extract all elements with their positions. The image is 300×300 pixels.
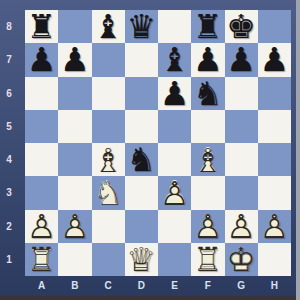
black-pawn[interactable]: ♟ <box>225 43 258 76</box>
black-knight[interactable]: ♞ <box>191 77 224 110</box>
rank-label-5: 5 <box>0 110 25 143</box>
file-label-b: B <box>58 276 91 296</box>
square-b3[interactable] <box>58 176 91 209</box>
piece-outline-glyph: ♙ <box>260 210 290 243</box>
square-c7[interactable] <box>92 43 125 76</box>
square-e7[interactable]: ♝ <box>158 43 191 76</box>
file-label-f: F <box>191 276 224 296</box>
piece-outline-glyph: ♙ <box>193 210 223 243</box>
square-c1[interactable] <box>92 243 125 276</box>
square-h8[interactable] <box>258 10 291 43</box>
black-pawn[interactable]: ♟ <box>258 43 291 76</box>
square-b2[interactable]: ♟♙ <box>58 210 91 243</box>
white-knight[interactable]: ♞♘ <box>92 176 125 209</box>
square-a3[interactable] <box>25 176 58 209</box>
black-pawn[interactable]: ♟ <box>158 77 191 110</box>
square-b1[interactable] <box>58 243 91 276</box>
square-c5[interactable] <box>92 110 125 143</box>
square-b4[interactable] <box>58 143 91 176</box>
square-a8[interactable]: ♜ <box>25 10 58 43</box>
white-bishop[interactable]: ♝♗ <box>191 143 224 176</box>
black-rook[interactable]: ♜ <box>191 10 224 43</box>
square-b6[interactable] <box>58 77 91 110</box>
square-a1[interactable]: ♜♖ <box>25 243 58 276</box>
white-pawn[interactable]: ♟♙ <box>258 210 291 243</box>
chess-board: ♜♝♛♜♚♟♟♝♟♟♟♟♞♝♗♞♝♗♞♘♟♙♟♙♟♙♟♙♟♙♟♙♜♖♛♕♜♖♚♔ <box>25 10 291 276</box>
square-c8[interactable]: ♝ <box>92 10 125 43</box>
piece-outline-glyph: ♔ <box>226 243 256 276</box>
square-g7[interactable]: ♟ <box>225 43 258 76</box>
rank-label-4: 4 <box>0 143 25 176</box>
piece-outline-glyph: ♘ <box>93 176 123 209</box>
square-g6[interactable] <box>225 77 258 110</box>
square-f6[interactable]: ♞ <box>191 77 224 110</box>
rank-label-3: 3 <box>0 176 25 209</box>
piece-glyph: ♞ <box>127 143 157 176</box>
white-pawn[interactable]: ♟♙ <box>158 176 191 209</box>
piece-glyph: ♝ <box>160 43 190 76</box>
white-pawn[interactable]: ♟♙ <box>191 210 224 243</box>
square-f5[interactable] <box>191 110 224 143</box>
square-h1[interactable] <box>258 243 291 276</box>
rank-label-8: 8 <box>0 10 25 43</box>
square-a5[interactable] <box>25 110 58 143</box>
square-f4[interactable]: ♝♗ <box>191 143 224 176</box>
piece-glyph: ♚ <box>226 10 256 43</box>
piece-glyph: ♟ <box>160 77 190 110</box>
piece-outline-glyph: ♖ <box>27 243 57 276</box>
square-e3[interactable]: ♟♙ <box>158 176 191 209</box>
square-f2[interactable]: ♟♙ <box>191 210 224 243</box>
rank-label-2: 2 <box>0 210 25 243</box>
piece-outline-glyph: ♙ <box>226 210 256 243</box>
piece-glyph: ♛ <box>127 10 157 43</box>
piece-outline-glyph: ♕ <box>127 243 157 276</box>
square-h5[interactable] <box>258 110 291 143</box>
white-king[interactable]: ♚♔ <box>225 243 258 276</box>
black-pawn[interactable]: ♟ <box>191 43 224 76</box>
square-h7[interactable]: ♟ <box>258 43 291 76</box>
black-bishop[interactable]: ♝ <box>92 10 125 43</box>
square-d1[interactable]: ♛♕ <box>125 243 158 276</box>
square-c4[interactable]: ♝♗ <box>92 143 125 176</box>
piece-glyph: ♟ <box>226 43 256 76</box>
square-d8[interactable]: ♛ <box>125 10 158 43</box>
square-d5[interactable] <box>125 110 158 143</box>
piece-glyph: ♟ <box>193 43 223 76</box>
square-h6[interactable] <box>258 77 291 110</box>
file-label-e: E <box>158 276 191 296</box>
square-h4[interactable] <box>258 143 291 176</box>
white-pawn[interactable]: ♟♙ <box>58 210 91 243</box>
square-b7[interactable]: ♟ <box>58 43 91 76</box>
black-pawn[interactable]: ♟ <box>25 43 58 76</box>
rank-label-1: 1 <box>0 243 25 276</box>
white-pawn[interactable]: ♟♙ <box>225 210 258 243</box>
square-g8[interactable]: ♚ <box>225 10 258 43</box>
piece-glyph: ♞ <box>193 77 223 110</box>
file-label-a: A <box>25 276 58 296</box>
piece-outline-glyph: ♖ <box>193 243 223 276</box>
piece-glyph: ♜ <box>27 10 57 43</box>
piece-glyph: ♟ <box>260 43 290 76</box>
file-label-d: D <box>125 276 158 296</box>
square-g5[interactable] <box>225 110 258 143</box>
square-f8[interactable]: ♜ <box>191 10 224 43</box>
square-a7[interactable]: ♟ <box>25 43 58 76</box>
file-label-c: C <box>92 276 125 296</box>
file-label-g: G <box>225 276 258 296</box>
piece-glyph: ♝ <box>93 10 123 43</box>
black-knight[interactable]: ♞ <box>125 143 158 176</box>
white-rook[interactable]: ♜♖ <box>25 243 58 276</box>
white-queen[interactable]: ♛♕ <box>125 243 158 276</box>
square-e5[interactable] <box>158 110 191 143</box>
black-bishop[interactable]: ♝ <box>158 43 191 76</box>
square-f7[interactable]: ♟ <box>191 43 224 76</box>
rank-label-6: 6 <box>0 77 25 110</box>
black-queen[interactable]: ♛ <box>125 10 158 43</box>
black-pawn[interactable]: ♟ <box>58 43 91 76</box>
square-d3[interactable] <box>125 176 158 209</box>
square-g4[interactable] <box>225 143 258 176</box>
square-e6[interactable]: ♟ <box>158 77 191 110</box>
square-g3[interactable] <box>225 176 258 209</box>
square-e4[interactable] <box>158 143 191 176</box>
square-d2[interactable] <box>125 210 158 243</box>
square-a4[interactable] <box>25 143 58 176</box>
file-label-h: H <box>258 276 291 296</box>
square-b8[interactable] <box>58 10 91 43</box>
rank-labels: 87654321 <box>0 10 25 276</box>
square-d4[interactable]: ♞ <box>125 143 158 176</box>
white-pawn[interactable]: ♟♙ <box>25 210 58 243</box>
rank-label-7: 7 <box>0 43 25 76</box>
piece-outline-glyph: ♙ <box>60 210 90 243</box>
square-d6[interactable] <box>125 77 158 110</box>
square-e1[interactable] <box>158 243 191 276</box>
piece-outline-glyph: ♙ <box>160 176 190 209</box>
piece-glyph: ♜ <box>193 10 223 43</box>
piece-outline-glyph: ♗ <box>193 143 223 176</box>
square-c6[interactable] <box>92 77 125 110</box>
square-g2[interactable]: ♟♙ <box>225 210 258 243</box>
square-f3[interactable] <box>191 176 224 209</box>
square-f1[interactable]: ♜♖ <box>191 243 224 276</box>
white-rook[interactable]: ♜♖ <box>191 243 224 276</box>
square-d7[interactable] <box>125 43 158 76</box>
piece-glyph: ♟ <box>60 43 90 76</box>
square-h3[interactable] <box>258 176 291 209</box>
piece-outline-glyph: ♗ <box>93 143 123 176</box>
black-king[interactable]: ♚ <box>225 10 258 43</box>
black-rook[interactable]: ♜ <box>25 10 58 43</box>
piece-glyph: ♟ <box>27 43 57 76</box>
piece-outline-glyph: ♙ <box>27 210 57 243</box>
square-a2[interactable]: ♟♙ <box>25 210 58 243</box>
square-c3[interactable]: ♞♘ <box>92 176 125 209</box>
square-c2[interactable] <box>92 210 125 243</box>
square-b5[interactable] <box>58 110 91 143</box>
page-background: 87654321 ♜♝♛♜♚♟♟♝♟♟♟♟♞♝♗♞♝♗♞♘♟♙♟♙♟♙♟♙♟♙♟… <box>0 0 300 300</box>
square-a6[interactable] <box>25 77 58 110</box>
square-h2[interactable]: ♟♙ <box>258 210 291 243</box>
white-bishop[interactable]: ♝♗ <box>92 143 125 176</box>
file-labels: ABCDEFGH <box>25 276 291 296</box>
square-e8[interactable] <box>158 10 191 43</box>
square-g1[interactable]: ♚♔ <box>225 243 258 276</box>
square-e2[interactable] <box>158 210 191 243</box>
